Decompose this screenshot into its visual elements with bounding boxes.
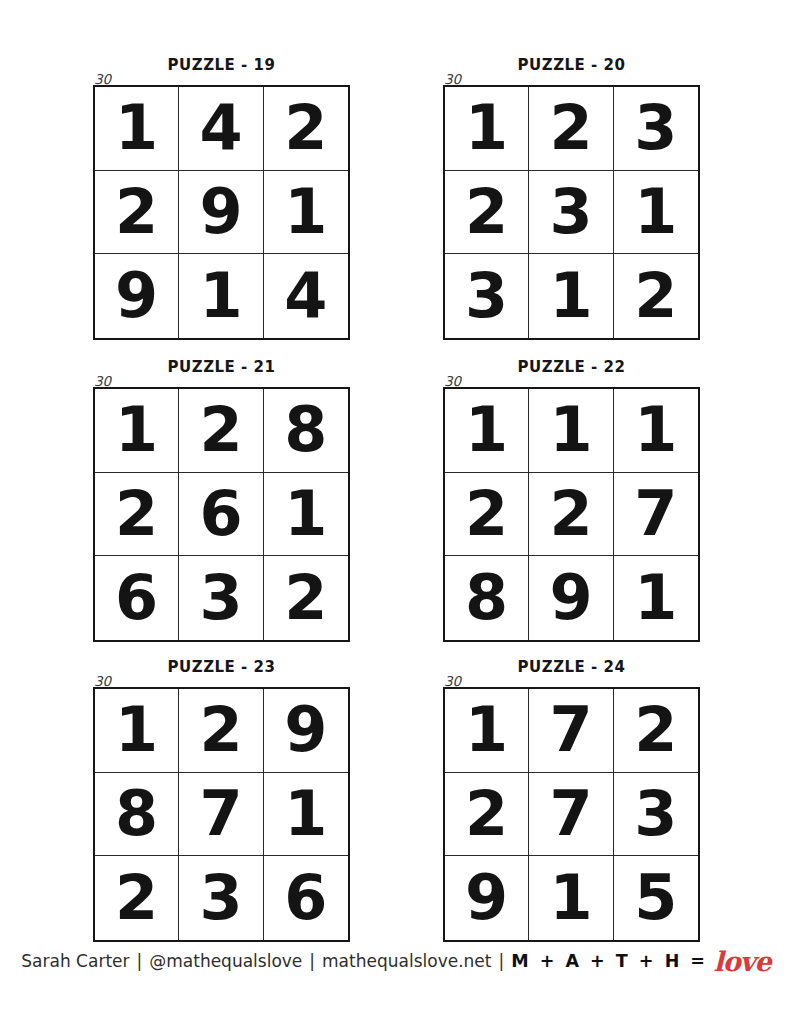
puzzle-title: PUZZLE - 19 bbox=[93, 56, 350, 74]
website-url: mathequalslove.net bbox=[322, 951, 491, 971]
puzzle-title: PUZZLE - 24 bbox=[443, 658, 700, 676]
puzzle-22: PUZZLE - 22 30 1 1 1 2 2 7 8 9 1 bbox=[443, 358, 700, 642]
grid-cell: 3 bbox=[179, 856, 263, 940]
grid-cell: 1 bbox=[614, 556, 698, 640]
footer-separator: | bbox=[302, 951, 322, 971]
grid-cell: 2 bbox=[614, 689, 698, 773]
puzzle-23: PUZZLE - 23 30 1 2 9 8 7 1 2 3 6 bbox=[93, 658, 350, 942]
grid-cell: 3 bbox=[179, 556, 263, 640]
grid-cell: 8 bbox=[264, 389, 348, 473]
grid-cell: 2 bbox=[95, 171, 179, 255]
puzzle-title: PUZZLE - 20 bbox=[443, 56, 700, 74]
grid-cell: 1 bbox=[445, 389, 529, 473]
grid-cell: 2 bbox=[529, 87, 613, 171]
brand-love-script: love bbox=[714, 946, 771, 977]
puzzle-target-number: 30 bbox=[443, 376, 700, 387]
grid-cell: 7 bbox=[614, 473, 698, 557]
puzzle-24: PUZZLE - 24 30 1 7 2 2 7 3 9 1 5 bbox=[443, 658, 700, 942]
grid-cell: 1 bbox=[529, 254, 613, 338]
puzzle-19-board: 1 4 2 2 9 1 9 1 4 bbox=[93, 85, 350, 340]
grid-cell: 7 bbox=[529, 689, 613, 773]
grid-cell: 1 bbox=[95, 689, 179, 773]
puzzle-target-number: 30 bbox=[93, 74, 350, 85]
grid-cell: 7 bbox=[179, 773, 263, 857]
puzzle-target-number: 30 bbox=[443, 676, 700, 687]
grid-cell: 5 bbox=[614, 856, 698, 940]
grid-cell: 9 bbox=[445, 856, 529, 940]
grid-cell: 1 bbox=[529, 856, 613, 940]
puzzle-21: PUZZLE - 21 30 1 2 8 2 6 1 6 3 2 bbox=[93, 358, 350, 642]
grid-cell: 2 bbox=[445, 473, 529, 557]
puzzle-title: PUZZLE - 23 bbox=[93, 658, 350, 676]
puzzle-22-board: 1 1 1 2 2 7 8 9 1 bbox=[443, 387, 700, 642]
puzzle-title: PUZZLE - 22 bbox=[443, 358, 700, 376]
grid-cell: 6 bbox=[95, 556, 179, 640]
grid-cell: 2 bbox=[264, 556, 348, 640]
grid-cell: 3 bbox=[614, 87, 698, 171]
grid-cell: 1 bbox=[179, 254, 263, 338]
grid-cell: 1 bbox=[264, 171, 348, 255]
grid-cell: 9 bbox=[264, 689, 348, 773]
grid-cell: 1 bbox=[264, 473, 348, 557]
grid-cell: 8 bbox=[95, 773, 179, 857]
grid-cell: 2 bbox=[95, 856, 179, 940]
grid-cell: 2 bbox=[445, 773, 529, 857]
grid-cell: 1 bbox=[614, 171, 698, 255]
grid-cell: 2 bbox=[445, 171, 529, 255]
grid-cell: 3 bbox=[445, 254, 529, 338]
puzzle-worksheet-page: PUZZLE - 19 30 1 4 2 2 9 1 9 1 4 PUZZLE … bbox=[0, 0, 792, 1024]
grid-cell: 1 bbox=[95, 389, 179, 473]
puzzle-23-board: 1 2 9 8 7 1 2 3 6 bbox=[93, 687, 350, 942]
grid-cell: 2 bbox=[529, 473, 613, 557]
grid-cell: 9 bbox=[179, 171, 263, 255]
puzzle-21-board: 1 2 8 2 6 1 6 3 2 bbox=[93, 387, 350, 642]
footer-separator: | bbox=[491, 951, 511, 971]
puzzle-19: PUZZLE - 19 30 1 4 2 2 9 1 9 1 4 bbox=[93, 56, 350, 340]
grid-cell: 1 bbox=[445, 689, 529, 773]
puzzle-title: PUZZLE - 21 bbox=[93, 358, 350, 376]
puzzle-20-board: 1 2 3 2 3 1 3 1 2 bbox=[443, 85, 700, 340]
social-handle: @mathequalslove bbox=[149, 951, 302, 971]
grid-cell: 2 bbox=[264, 87, 348, 171]
grid-cell: 3 bbox=[614, 773, 698, 857]
grid-cell: 1 bbox=[264, 773, 348, 857]
puzzle-20: PUZZLE - 20 30 1 2 3 2 3 1 3 1 2 bbox=[443, 56, 700, 340]
footer-credit: Sarah Carter|@mathequalslove|mathequalsl… bbox=[0, 946, 792, 977]
grid-cell: 1 bbox=[95, 87, 179, 171]
footer-separator: | bbox=[130, 951, 150, 971]
author-name: Sarah Carter bbox=[21, 951, 129, 971]
grid-cell: 7 bbox=[529, 773, 613, 857]
puzzle-target-number: 30 bbox=[93, 676, 350, 687]
grid-cell: 9 bbox=[95, 254, 179, 338]
grid-cell: 6 bbox=[264, 856, 348, 940]
grid-cell: 2 bbox=[614, 254, 698, 338]
puzzle-target-number: 30 bbox=[93, 376, 350, 387]
grid-cell: 6 bbox=[179, 473, 263, 557]
grid-cell: 2 bbox=[179, 389, 263, 473]
grid-cell: 3 bbox=[529, 171, 613, 255]
grid-cell: 1 bbox=[614, 389, 698, 473]
brand-equation: M + A + T + H = bbox=[511, 951, 707, 971]
puzzle-24-board: 1 7 2 2 7 3 9 1 5 bbox=[443, 687, 700, 942]
grid-cell: 8 bbox=[445, 556, 529, 640]
grid-cell: 2 bbox=[179, 689, 263, 773]
grid-cell: 9 bbox=[529, 556, 613, 640]
grid-cell: 4 bbox=[179, 87, 263, 171]
puzzle-target-number: 30 bbox=[443, 74, 700, 85]
grid-cell: 2 bbox=[95, 473, 179, 557]
grid-cell: 1 bbox=[529, 389, 613, 473]
grid-cell: 4 bbox=[264, 254, 348, 338]
grid-cell: 1 bbox=[445, 87, 529, 171]
